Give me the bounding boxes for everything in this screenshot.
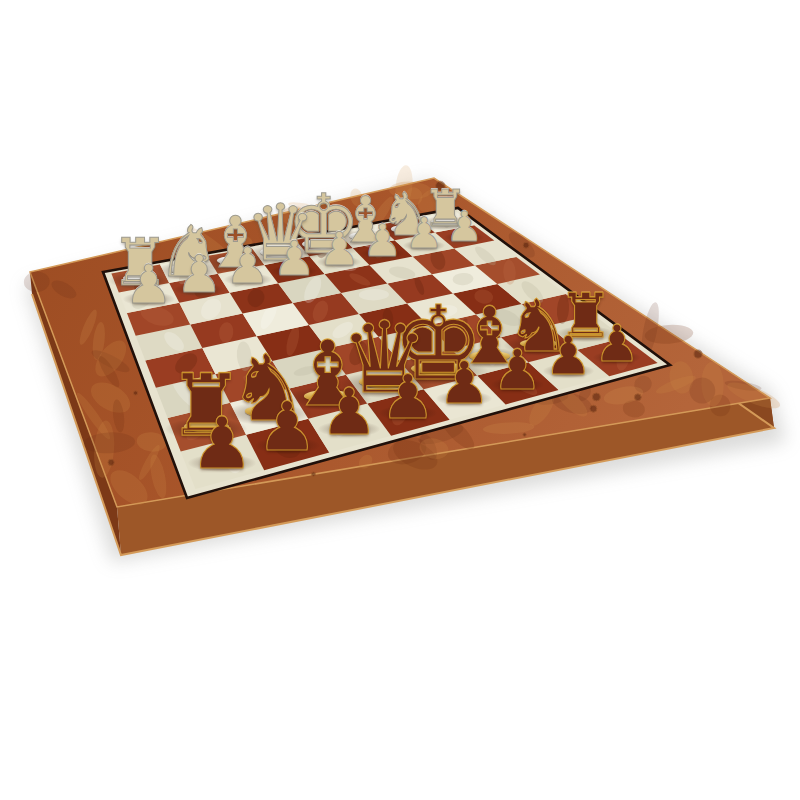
pawn-glyph: ♟ xyxy=(95,258,203,312)
product-photo-scene: ♜♞♝♟♚♟♛♟♝♟♞♟♜♟♟♟♜♞♝♟♚♟♛♟♝♟♞♟♜♟♟♟ xyxy=(0,0,800,800)
pieces-layer: ♜♞♝♟♚♟♛♟♝♟♞♟♜♟♟♟♜♞♝♟♚♟♛♟♝♟♞♟♜♟♟♟ xyxy=(0,0,800,800)
pawn-glyph: ♟ xyxy=(150,408,293,479)
